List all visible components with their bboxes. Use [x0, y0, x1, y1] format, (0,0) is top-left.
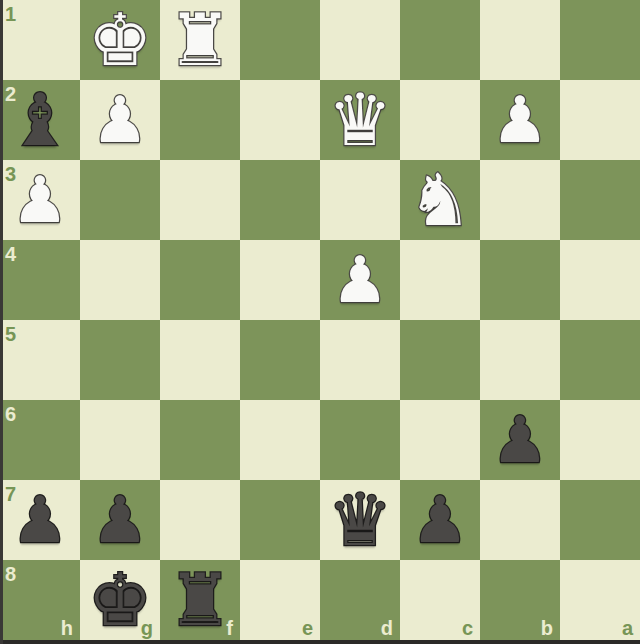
square-a2[interactable] [560, 80, 640, 160]
square-g4[interactable] [80, 240, 160, 320]
square-a6[interactable] [560, 400, 640, 480]
square-g8[interactable]: g♚ [80, 560, 160, 640]
piece-black-bishop-h2[interactable]: ♝ [0, 80, 80, 160]
piece-black-pawn-b6[interactable]: ♟ [480, 400, 560, 480]
piece-white-rook-f1[interactable]: ♜ [160, 0, 240, 80]
piece-black-queen-d7[interactable]: ♛ [320, 480, 400, 560]
square-h8[interactable]: 8h [0, 560, 80, 640]
rank-label-6: 6 [5, 404, 16, 424]
square-g2[interactable]: ♟ [80, 80, 160, 160]
square-f4[interactable] [160, 240, 240, 320]
square-b8[interactable]: b [480, 560, 560, 640]
square-f3[interactable] [160, 160, 240, 240]
square-d6[interactable] [320, 400, 400, 480]
piece-black-king-g8[interactable]: ♚ [80, 560, 160, 640]
square-b6[interactable]: ♟ [480, 400, 560, 480]
square-a4[interactable] [560, 240, 640, 320]
square-b5[interactable] [480, 320, 560, 400]
square-f2[interactable] [160, 80, 240, 160]
square-d8[interactable]: d [320, 560, 400, 640]
square-e5[interactable] [240, 320, 320, 400]
square-g6[interactable] [80, 400, 160, 480]
square-a8[interactable]: a [560, 560, 640, 640]
square-h6[interactable]: 6 [0, 400, 80, 480]
square-a1[interactable] [560, 0, 640, 80]
file-label-c: c [462, 618, 473, 638]
square-c2[interactable] [400, 80, 480, 160]
file-label-d: d [381, 618, 393, 638]
file-label-b: b [541, 618, 553, 638]
square-c8[interactable]: c [400, 560, 480, 640]
square-f7[interactable] [160, 480, 240, 560]
square-e4[interactable] [240, 240, 320, 320]
piece-black-rook-f8[interactable]: ♜ [160, 560, 240, 640]
rank-label-8: 8 [5, 564, 16, 584]
square-g1[interactable]: ♚ [80, 0, 160, 80]
square-h7[interactable]: 7♟ [0, 480, 80, 560]
square-a3[interactable] [560, 160, 640, 240]
square-c5[interactable] [400, 320, 480, 400]
square-f8[interactable]: f♜ [160, 560, 240, 640]
file-label-a: a [622, 618, 633, 638]
square-e8[interactable]: e [240, 560, 320, 640]
board-frame: 1♚♜2♝♟♛♟3♟♞4♟56♟7♟♟♛♟8hg♚f♜edcba [0, 0, 640, 644]
piece-white-knight-c3[interactable]: ♞ [400, 160, 480, 240]
square-c4[interactable] [400, 240, 480, 320]
square-e1[interactable] [240, 0, 320, 80]
square-d1[interactable] [320, 0, 400, 80]
square-c6[interactable] [400, 400, 480, 480]
square-b1[interactable] [480, 0, 560, 80]
square-h3[interactable]: 3♟ [0, 160, 80, 240]
square-g5[interactable] [80, 320, 160, 400]
square-b3[interactable] [480, 160, 560, 240]
rank-label-1: 1 [5, 4, 16, 24]
piece-white-pawn-g2[interactable]: ♟ [80, 80, 160, 160]
square-c7[interactable]: ♟ [400, 480, 480, 560]
square-e2[interactable] [240, 80, 320, 160]
square-h4[interactable]: 4 [0, 240, 80, 320]
square-b2[interactable]: ♟ [480, 80, 560, 160]
square-g3[interactable] [80, 160, 160, 240]
square-g7[interactable]: ♟ [80, 480, 160, 560]
file-label-h: h [61, 618, 73, 638]
square-e3[interactable] [240, 160, 320, 240]
square-f1[interactable]: ♜ [160, 0, 240, 80]
rank-label-4: 4 [5, 244, 16, 264]
piece-white-pawn-b2[interactable]: ♟ [480, 80, 560, 160]
square-e6[interactable] [240, 400, 320, 480]
chess-board: 1♚♜2♝♟♛♟3♟♞4♟56♟7♟♟♛♟8hg♚f♜edcba [0, 0, 640, 640]
window-edge [0, 0, 3, 644]
square-f6[interactable] [160, 400, 240, 480]
piece-black-pawn-c7[interactable]: ♟ [400, 480, 480, 560]
square-e7[interactable] [240, 480, 320, 560]
piece-white-pawn-h3[interactable]: ♟ [0, 160, 80, 240]
piece-white-pawn-d4[interactable]: ♟ [320, 240, 400, 320]
square-h5[interactable]: 5 [0, 320, 80, 400]
piece-white-queen-d2[interactable]: ♛ [320, 80, 400, 160]
square-a7[interactable] [560, 480, 640, 560]
piece-black-pawn-g7[interactable]: ♟ [80, 480, 160, 560]
square-a5[interactable] [560, 320, 640, 400]
square-f5[interactable] [160, 320, 240, 400]
square-h2[interactable]: 2♝ [0, 80, 80, 160]
square-d5[interactable] [320, 320, 400, 400]
square-d7[interactable]: ♛ [320, 480, 400, 560]
rank-label-5: 5 [5, 324, 16, 344]
square-b7[interactable] [480, 480, 560, 560]
square-c3[interactable]: ♞ [400, 160, 480, 240]
square-c1[interactable] [400, 0, 480, 80]
square-d2[interactable]: ♛ [320, 80, 400, 160]
piece-black-pawn-h7[interactable]: ♟ [0, 480, 80, 560]
square-b4[interactable] [480, 240, 560, 320]
piece-white-king-g1[interactable]: ♚ [80, 0, 160, 80]
square-d3[interactable] [320, 160, 400, 240]
square-d4[interactable]: ♟ [320, 240, 400, 320]
file-label-e: e [302, 618, 313, 638]
square-h1[interactable]: 1 [0, 0, 80, 80]
